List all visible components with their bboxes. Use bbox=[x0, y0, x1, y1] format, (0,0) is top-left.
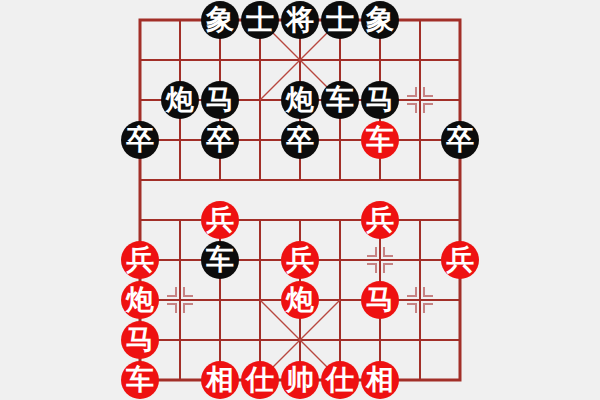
piece-black-general[interactable]: 将 bbox=[281, 1, 319, 39]
piece-black-cannon[interactable]: 炮 bbox=[281, 81, 319, 119]
piece-red-elephant[interactable]: 相 bbox=[361, 361, 399, 399]
piece-red-chariot[interactable]: 车 bbox=[361, 121, 399, 159]
piece-black-soldier[interactable]: 卒 bbox=[121, 121, 159, 159]
piece-black-horse[interactable]: 马 bbox=[201, 81, 239, 119]
piece-black-chariot[interactable]: 车 bbox=[321, 81, 359, 119]
xiangqi-app: 象士将士象炮马炮车马卒卒卒车卒兵兵兵车兵兵炮炮马马车相仕帅仕相 bbox=[0, 0, 600, 400]
piece-red-soldier[interactable]: 兵 bbox=[281, 241, 319, 279]
piece-red-chariot[interactable]: 车 bbox=[121, 361, 159, 399]
piece-red-soldier[interactable]: 兵 bbox=[121, 241, 159, 279]
piece-red-elephant[interactable]: 相 bbox=[201, 361, 239, 399]
piece-red-advisor[interactable]: 仕 bbox=[241, 361, 279, 399]
piece-black-chariot[interactable]: 车 bbox=[201, 241, 239, 279]
piece-red-soldier[interactable]: 兵 bbox=[441, 241, 479, 279]
piece-black-soldier[interactable]: 卒 bbox=[201, 121, 239, 159]
piece-red-soldier[interactable]: 兵 bbox=[361, 201, 399, 239]
piece-black-advisor[interactable]: 士 bbox=[321, 1, 359, 39]
piece-black-elephant[interactable]: 象 bbox=[361, 1, 399, 39]
piece-red-advisor[interactable]: 仕 bbox=[321, 361, 359, 399]
piece-black-horse[interactable]: 马 bbox=[361, 81, 399, 119]
piece-black-elephant[interactable]: 象 bbox=[201, 1, 239, 39]
piece-black-soldier[interactable]: 卒 bbox=[281, 121, 319, 159]
piece-red-horse[interactable]: 马 bbox=[361, 281, 399, 319]
piece-black-advisor[interactable]: 士 bbox=[241, 1, 279, 39]
board-grid[interactable]: 象士将士象炮马炮车马卒卒卒车卒兵兵兵车兵兵炮炮马马车相仕帅仕相 bbox=[120, 0, 480, 400]
piece-red-soldier[interactable]: 兵 bbox=[201, 201, 239, 239]
piece-black-soldier[interactable]: 卒 bbox=[441, 121, 479, 159]
piece-red-cannon[interactable]: 炮 bbox=[121, 281, 159, 319]
piece-red-cannon[interactable]: 炮 bbox=[281, 281, 319, 319]
piece-red-horse[interactable]: 马 bbox=[121, 321, 159, 359]
piece-black-cannon[interactable]: 炮 bbox=[161, 81, 199, 119]
piece-red-general[interactable]: 帅 bbox=[281, 361, 319, 399]
